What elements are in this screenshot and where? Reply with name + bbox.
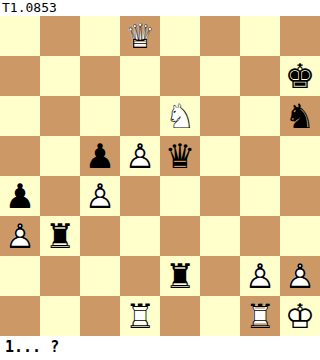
square-g3[interactable] [240, 216, 280, 256]
square-c2[interactable] [80, 256, 120, 296]
piece-black-king: ♚ [280, 56, 320, 96]
square-c6[interactable] [80, 96, 120, 136]
piece-white-knight-fill: ♞ [160, 96, 200, 136]
piece-white-pawn: ♙ [240, 256, 280, 296]
piece-white-king-fill: ♚ [280, 296, 320, 336]
piece-black-rook: ♜ [40, 216, 80, 256]
square-f8[interactable] [200, 16, 240, 56]
piece-white-pawn: ♙ [280, 256, 320, 296]
piece-white-rook: ♖ [120, 296, 160, 336]
piece-white-knight: ♘ [160, 96, 200, 136]
square-f1[interactable] [200, 296, 240, 336]
piece-black-queen: ♛ [160, 136, 200, 176]
square-h1[interactable]: ♚♔ [280, 296, 320, 336]
square-e1[interactable] [160, 296, 200, 336]
square-e2[interactable]: ♜ [160, 256, 200, 296]
square-h3[interactable] [280, 216, 320, 256]
piece-black-pawn: ♟ [80, 136, 120, 176]
piece-white-rook: ♖ [240, 296, 280, 336]
piece-black-rook: ♜ [160, 256, 200, 296]
piece-white-queen-fill: ♛ [120, 16, 160, 56]
piece-white-pawn-fill: ♟ [0, 216, 40, 256]
square-f5[interactable] [200, 136, 240, 176]
square-e4[interactable] [160, 176, 200, 216]
square-c1[interactable] [80, 296, 120, 336]
square-f3[interactable] [200, 216, 240, 256]
square-g8[interactable] [240, 16, 280, 56]
square-h2[interactable]: ♟♙ [280, 256, 320, 296]
square-d5[interactable]: ♟♙ [120, 136, 160, 176]
square-b8[interactable] [40, 16, 80, 56]
square-e7[interactable] [160, 56, 200, 96]
square-b3[interactable]: ♜ [40, 216, 80, 256]
square-g5[interactable] [240, 136, 280, 176]
square-b2[interactable] [40, 256, 80, 296]
square-h8[interactable] [280, 16, 320, 56]
square-a5[interactable] [0, 136, 40, 176]
square-b5[interactable] [40, 136, 80, 176]
puzzle-id: T1.0853 [0, 0, 320, 16]
piece-black-pawn: ♟ [0, 176, 40, 216]
piece-white-pawn: ♙ [0, 216, 40, 256]
square-c5[interactable]: ♟ [80, 136, 120, 176]
square-a7[interactable] [0, 56, 40, 96]
square-g1[interactable]: ♜♖ [240, 296, 280, 336]
square-c4[interactable]: ♟♙ [80, 176, 120, 216]
chess-board: ♛♕♚♞♘♞♟♟♙♛♟♟♙♟♙♜♜♟♙♟♙♜♖♜♖♚♔ [0, 16, 320, 336]
square-d6[interactable] [120, 96, 160, 136]
square-e6[interactable]: ♞♘ [160, 96, 200, 136]
square-d1[interactable]: ♜♖ [120, 296, 160, 336]
square-a8[interactable] [0, 16, 40, 56]
square-f4[interactable] [200, 176, 240, 216]
square-h6[interactable]: ♞ [280, 96, 320, 136]
square-a2[interactable] [0, 256, 40, 296]
square-b1[interactable] [40, 296, 80, 336]
square-h4[interactable] [280, 176, 320, 216]
piece-white-pawn-fill: ♟ [80, 176, 120, 216]
square-f7[interactable] [200, 56, 240, 96]
piece-white-queen: ♕ [120, 16, 160, 56]
square-d3[interactable] [120, 216, 160, 256]
square-a1[interactable] [0, 296, 40, 336]
square-f2[interactable] [200, 256, 240, 296]
square-g2[interactable]: ♟♙ [240, 256, 280, 296]
square-e8[interactable] [160, 16, 200, 56]
square-c3[interactable] [80, 216, 120, 256]
square-g7[interactable] [240, 56, 280, 96]
square-d7[interactable] [120, 56, 160, 96]
square-g4[interactable] [240, 176, 280, 216]
square-e5[interactable]: ♛ [160, 136, 200, 176]
piece-white-pawn-fill: ♟ [240, 256, 280, 296]
piece-white-pawn: ♙ [80, 176, 120, 216]
square-f6[interactable] [200, 96, 240, 136]
square-e3[interactable] [160, 216, 200, 256]
move-prompt: 1... ? [0, 336, 320, 360]
square-b7[interactable] [40, 56, 80, 96]
square-g6[interactable] [240, 96, 280, 136]
piece-white-pawn-fill: ♟ [280, 256, 320, 296]
square-d4[interactable] [120, 176, 160, 216]
square-a4[interactable]: ♟ [0, 176, 40, 216]
square-c8[interactable] [80, 16, 120, 56]
square-a6[interactable] [0, 96, 40, 136]
square-a3[interactable]: ♟♙ [0, 216, 40, 256]
square-d8[interactable]: ♛♕ [120, 16, 160, 56]
square-b4[interactable] [40, 176, 80, 216]
piece-white-rook-fill: ♜ [120, 296, 160, 336]
piece-black-knight: ♞ [280, 96, 320, 136]
square-h5[interactable] [280, 136, 320, 176]
piece-white-king: ♔ [280, 296, 320, 336]
square-h7[interactable]: ♚ [280, 56, 320, 96]
square-c7[interactable] [80, 56, 120, 96]
piece-white-pawn-fill: ♟ [120, 136, 160, 176]
piece-white-pawn: ♙ [120, 136, 160, 176]
square-b6[interactable] [40, 96, 80, 136]
piece-white-rook-fill: ♜ [240, 296, 280, 336]
square-d2[interactable] [120, 256, 160, 296]
